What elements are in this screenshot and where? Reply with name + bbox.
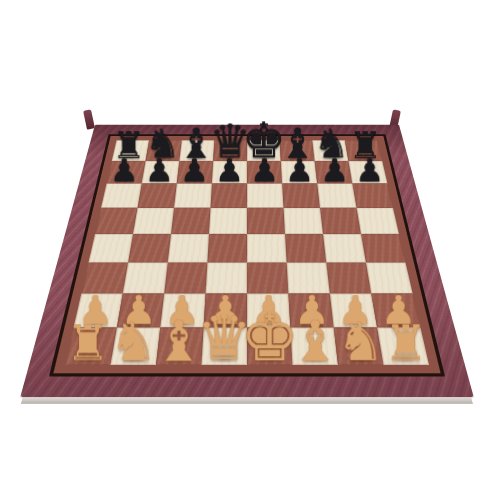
square-b6[interactable] [138, 183, 177, 207]
square-b4[interactable] [128, 234, 171, 263]
square-e4[interactable] [247, 234, 287, 263]
black-pawn-g7[interactable]: ♟ [320, 157, 349, 183]
square-c6[interactable] [174, 183, 212, 207]
black-pawn-b7[interactable]: ♟ [145, 157, 174, 183]
square-d7[interactable]: ♟ [212, 161, 247, 183]
white-rook-a1[interactable]: ♜ [66, 325, 110, 364]
square-h7[interactable]: ♟ [348, 161, 387, 183]
square-e6[interactable] [247, 183, 283, 207]
square-a5[interactable] [95, 208, 138, 234]
square-a7[interactable]: ♟ [107, 161, 146, 183]
square-a6[interactable] [101, 183, 142, 207]
black-pawn-e7[interactable]: ♟ [250, 157, 279, 183]
square-e5[interactable] [247, 208, 285, 234]
square-f7[interactable]: ♟ [281, 161, 317, 183]
square-g5[interactable] [320, 208, 361, 234]
square-f5[interactable] [283, 208, 323, 234]
board-frame: ♜♞♝♛♚♝♞♜♟♟♟♟♟♟♟♟♟♟♟♟♟♟♟♟♜♞♝♛♚♝♞♜ [49, 134, 445, 376]
square-g1[interactable]: ♞ [334, 328, 384, 365]
white-knight-b1[interactable]: ♞ [109, 321, 157, 364]
square-b7[interactable]: ♟ [142, 161, 180, 183]
white-king-e1[interactable]: ♚ [240, 311, 299, 364]
square-g4[interactable] [323, 234, 366, 263]
square-c4[interactable] [168, 234, 209, 263]
square-e7[interactable]: ♟ [247, 161, 282, 183]
square-a4[interactable] [88, 234, 133, 263]
square-f6[interactable] [282, 183, 320, 207]
square-h4[interactable] [361, 234, 406, 263]
square-c7[interactable]: ♟ [177, 161, 213, 183]
square-h5[interactable] [356, 208, 399, 234]
chessboard-photo: ♜♞♝♛♚♝♞♜♟♟♟♟♟♟♟♟♟♟♟♟♟♟♟♟♜♞♝♛♚♝♞♜ [0, 0, 500, 500]
square-b1[interactable]: ♞ [110, 328, 160, 365]
square-g7[interactable]: ♟ [315, 161, 353, 183]
black-pawn-d7[interactable]: ♟ [215, 157, 244, 183]
white-knight-g1[interactable]: ♞ [336, 321, 384, 364]
chess-board-perspective: ♜♞♝♛♚♝♞♜♟♟♟♟♟♟♟♟♟♟♟♟♟♟♟♟♜♞♝♛♚♝♞♜ [65, 52, 429, 416]
black-pawn-f7[interactable]: ♟ [285, 157, 314, 183]
square-d6[interactable] [211, 183, 247, 207]
square-h1[interactable]: ♜ [377, 328, 429, 365]
white-rook-h1[interactable]: ♜ [384, 325, 428, 364]
square-b5[interactable] [133, 208, 174, 234]
square-d4[interactable] [207, 234, 247, 263]
black-pawn-c7[interactable]: ♟ [180, 157, 209, 183]
square-g6[interactable] [317, 183, 356, 207]
chess-board: ♜♞♝♛♚♝♞♜♟♟♟♟♟♟♟♟♟♟♟♟♟♟♟♟♜♞♝♛♚♝♞♜ [20, 125, 474, 397]
square-f4[interactable] [285, 234, 326, 263]
square-d5[interactable] [209, 208, 247, 234]
square-e1[interactable]: ♚ [247, 328, 293, 365]
black-pawn-h7[interactable]: ♟ [355, 157, 384, 183]
square-c5[interactable] [171, 208, 211, 234]
square-h6[interactable] [352, 183, 393, 207]
board-squares: ♜♞♝♛♚♝♞♜♟♟♟♟♟♟♟♟♟♟♟♟♟♟♟♟♜♞♝♛♚♝♞♜ [65, 140, 429, 365]
black-pawn-a7[interactable]: ♟ [110, 157, 139, 183]
